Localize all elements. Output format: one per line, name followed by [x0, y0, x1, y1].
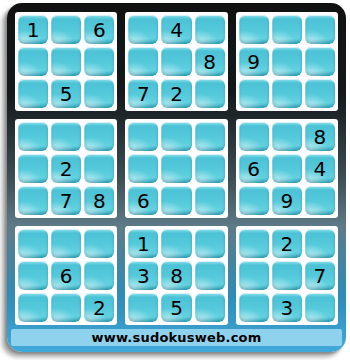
- footer-bar: www.sudokusweb.com: [11, 329, 342, 346]
- cell-r7c8[interactable]: 2: [272, 229, 302, 258]
- cell-r1c1[interactable]: 1: [18, 15, 48, 44]
- cell-r3c6[interactable]: [195, 79, 225, 108]
- cell-r5c6[interactable]: [195, 154, 225, 183]
- cell-r3c8[interactable]: [272, 79, 302, 108]
- cell-r4c1[interactable]: [18, 122, 48, 151]
- cell-r5c5[interactable]: [161, 154, 191, 183]
- cell-r6c2[interactable]: 7: [51, 186, 81, 215]
- cell-r8c1[interactable]: [18, 261, 48, 290]
- cell-r1c8[interactable]: [272, 15, 302, 44]
- cell-r3c3[interactable]: [84, 79, 114, 108]
- cell-r2c4[interactable]: [128, 47, 158, 76]
- cell-r1c9[interactable]: [305, 15, 335, 44]
- cell-r9c2[interactable]: [51, 293, 81, 322]
- box-6: 8649: [236, 119, 338, 218]
- box-7: 62: [15, 226, 117, 325]
- cell-r9c9[interactable]: [305, 293, 335, 322]
- cell-r3c4[interactable]: 7: [128, 79, 158, 108]
- cell-r4c5[interactable]: [161, 122, 191, 151]
- cell-r6c6[interactable]: [195, 186, 225, 215]
- box-4: 278: [15, 119, 117, 218]
- cell-r7c9[interactable]: [305, 229, 335, 258]
- cell-r2c3[interactable]: [84, 47, 114, 76]
- cell-r7c4[interactable]: 1: [128, 229, 158, 258]
- cell-r5c7[interactable]: 6: [239, 154, 269, 183]
- cell-r2c7[interactable]: 9: [239, 47, 269, 76]
- cell-r8c6[interactable]: [195, 261, 225, 290]
- cell-r2c1[interactable]: [18, 47, 48, 76]
- cell-r8c8[interactable]: [272, 261, 302, 290]
- cell-r1c2[interactable]: [51, 15, 81, 44]
- cell-r3c7[interactable]: [239, 79, 269, 108]
- cell-r2c6[interactable]: 8: [195, 47, 225, 76]
- cell-r1c6[interactable]: [195, 15, 225, 44]
- cell-r4c6[interactable]: [195, 122, 225, 151]
- cell-r3c2[interactable]: 5: [51, 79, 81, 108]
- cell-r8c3[interactable]: [84, 261, 114, 290]
- cell-r2c2[interactable]: [51, 47, 81, 76]
- cell-r8c9[interactable]: 7: [305, 261, 335, 290]
- cell-r7c5[interactable]: [161, 229, 191, 258]
- cell-r6c3[interactable]: 8: [84, 186, 114, 215]
- cell-r8c2[interactable]: 6: [51, 261, 81, 290]
- cell-r3c9[interactable]: [305, 79, 335, 108]
- cell-r8c7[interactable]: [239, 261, 269, 290]
- box-9: 273: [236, 226, 338, 325]
- box-8: 1385: [125, 226, 227, 325]
- cell-r9c1[interactable]: [18, 293, 48, 322]
- sudoku-board: 1654872927868649621385273: [15, 12, 338, 325]
- cell-r8c4[interactable]: 3: [128, 261, 158, 290]
- cell-r5c3[interactable]: [84, 154, 114, 183]
- cell-r6c7[interactable]: [239, 186, 269, 215]
- sudoku-widget: 1654872927868649621385273 www.sudokusweb…: [0, 0, 350, 360]
- cell-r5c1[interactable]: [18, 154, 48, 183]
- cell-r9c5[interactable]: 5: [161, 293, 191, 322]
- cell-r5c4[interactable]: [128, 154, 158, 183]
- cell-r9c3[interactable]: 2: [84, 293, 114, 322]
- cell-r6c9[interactable]: [305, 186, 335, 215]
- box-3: 9: [236, 12, 338, 111]
- box-2: 4872: [125, 12, 227, 111]
- cell-r1c7[interactable]: [239, 15, 269, 44]
- website-link[interactable]: www.sudokusweb.com: [92, 330, 262, 345]
- cell-r9c4[interactable]: [128, 293, 158, 322]
- cell-r3c1[interactable]: [18, 79, 48, 108]
- cell-r4c4[interactable]: [128, 122, 158, 151]
- cell-r9c7[interactable]: [239, 293, 269, 322]
- cell-r1c4[interactable]: [128, 15, 158, 44]
- cell-r4c2[interactable]: [51, 122, 81, 151]
- cell-r2c9[interactable]: [305, 47, 335, 76]
- cell-r7c7[interactable]: [239, 229, 269, 258]
- cell-r6c5[interactable]: [161, 186, 191, 215]
- box-1: 165: [15, 12, 117, 111]
- cell-r7c1[interactable]: [18, 229, 48, 258]
- cell-r8c5[interactable]: 8: [161, 261, 191, 290]
- cell-r3c5[interactable]: 2: [161, 79, 191, 108]
- cell-r5c8[interactable]: [272, 154, 302, 183]
- cell-r5c9[interactable]: 4: [305, 154, 335, 183]
- cell-r4c3[interactable]: [84, 122, 114, 151]
- cell-r4c8[interactable]: [272, 122, 302, 151]
- cell-r2c8[interactable]: [272, 47, 302, 76]
- cell-r1c5[interactable]: 4: [161, 15, 191, 44]
- cell-r4c7[interactable]: [239, 122, 269, 151]
- cell-r7c2[interactable]: [51, 229, 81, 258]
- box-5: 6: [125, 119, 227, 218]
- cell-r6c8[interactable]: 9: [272, 186, 302, 215]
- cell-r1c3[interactable]: 6: [84, 15, 114, 44]
- cell-r2c5[interactable]: [161, 47, 191, 76]
- cell-r5c2[interactable]: 2: [51, 154, 81, 183]
- cell-r7c6[interactable]: [195, 229, 225, 258]
- cell-r6c4[interactable]: 6: [128, 186, 158, 215]
- cell-r9c8[interactable]: 3: [272, 293, 302, 322]
- cell-r7c3[interactable]: [84, 229, 114, 258]
- cell-r6c1[interactable]: [18, 186, 48, 215]
- cell-r9c6[interactable]: [195, 293, 225, 322]
- board-frame: 1654872927868649621385273 www.sudokusweb…: [7, 3, 346, 352]
- cell-r4c9[interactable]: 8: [305, 122, 335, 151]
